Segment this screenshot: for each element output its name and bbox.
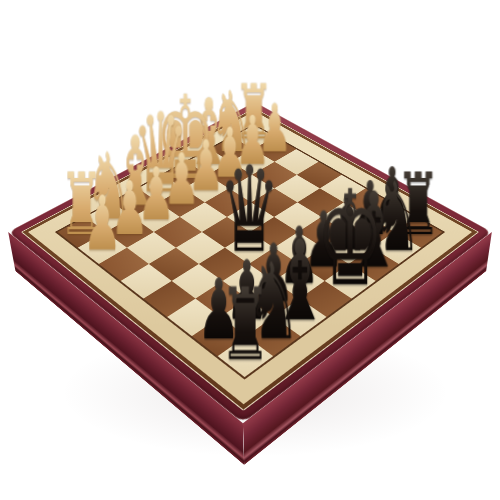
board-square-a3 — [99, 248, 149, 281]
board-square-a4 — [121, 264, 172, 299]
chess-set-photo: ♜♟♞♟♝♟♚♟♛♟♝♟♟♞♜♟♟♜♞♟♛♟♝♟♚♟♟♝♟♞♟♜ — [0, 0, 500, 500]
